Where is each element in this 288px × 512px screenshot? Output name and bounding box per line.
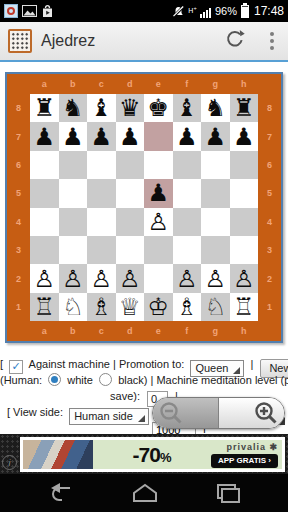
square-b4[interactable] bbox=[59, 208, 88, 236]
piece-f2: ♙ bbox=[176, 267, 198, 291]
check-icon: ✓ bbox=[12, 361, 21, 372]
app-notification-icon bbox=[4, 4, 18, 18]
square-e3[interactable] bbox=[144, 236, 173, 264]
status-bar: H⁺ 96% 17:48 bbox=[0, 0, 288, 22]
play-store-icon bbox=[41, 4, 54, 18]
zoom-out-button[interactable] bbox=[153, 398, 219, 428]
square-a8[interactable]: ♜ bbox=[30, 94, 59, 122]
browser-zoom-controls bbox=[152, 397, 285, 429]
rank-label-8-left: 8 bbox=[7, 94, 30, 122]
piece-f8: ♝ bbox=[176, 96, 198, 120]
file-label-a-bottom: a bbox=[30, 321, 59, 341]
save-label: save): bbox=[110, 390, 140, 402]
square-c3[interactable] bbox=[87, 236, 116, 264]
rank-label-1-right: 1 bbox=[258, 293, 281, 321]
piece-h7: ♟ bbox=[233, 125, 255, 149]
file-label-d-bottom: d bbox=[116, 321, 145, 341]
file-label-b-bottom: b bbox=[59, 321, 88, 341]
square-a7[interactable]: ♟ bbox=[30, 122, 59, 150]
square-c7[interactable]: ♟ bbox=[87, 122, 116, 150]
overflow-menu-button[interactable] bbox=[264, 28, 280, 54]
privalia-logo-mark: ✱ bbox=[269, 442, 278, 452]
zoom-in-icon bbox=[253, 400, 279, 426]
square-e5[interactable]: ♟ bbox=[144, 179, 173, 207]
overflow-dot bbox=[270, 39, 274, 43]
square-f4[interactable] bbox=[173, 208, 202, 236]
square-d4[interactable] bbox=[116, 208, 145, 236]
refresh-icon bbox=[224, 28, 246, 50]
square-g4[interactable] bbox=[201, 208, 230, 236]
piece-a8: ♜ bbox=[33, 96, 55, 120]
chess-board[interactable]: abcdefgh8♜♞♝♛♚♝♞♜87♟♟♟♟♟♟♟7665♟54♙4332♙♙… bbox=[5, 72, 283, 343]
view-side-label: [ View side: bbox=[7, 406, 63, 418]
piece-c1: ♗ bbox=[90, 295, 112, 319]
rank-label-2-left: 2 bbox=[7, 264, 30, 292]
file-label-f-bottom: f bbox=[173, 321, 202, 341]
against-machine-label: Against machine bbox=[29, 358, 110, 370]
square-b5[interactable] bbox=[59, 179, 88, 207]
piece-f1: ♗ bbox=[176, 295, 198, 319]
square-b1[interactable]: ♘ bbox=[59, 293, 88, 321]
battery-icon bbox=[241, 5, 249, 18]
square-e7[interactable] bbox=[144, 122, 173, 150]
promotion-label: | Promotion to: bbox=[113, 358, 184, 370]
rank-label-4-left: 4 bbox=[7, 208, 30, 236]
square-g7[interactable]: ♟ bbox=[201, 122, 230, 150]
square-a5[interactable] bbox=[30, 179, 59, 207]
piece-c8: ♝ bbox=[90, 96, 112, 120]
square-e8[interactable]: ♚ bbox=[144, 94, 173, 122]
square-d2[interactable]: ♙ bbox=[116, 264, 145, 292]
rank-label-5-right: 5 bbox=[258, 179, 281, 207]
piece-a2: ♙ bbox=[33, 267, 55, 291]
square-a1[interactable]: ♖ bbox=[30, 293, 59, 321]
white-radio[interactable] bbox=[48, 373, 61, 386]
square-d1[interactable]: ♕ bbox=[116, 293, 145, 321]
piece-e4: ♙ bbox=[147, 210, 169, 234]
file-label-c-bottom: c bbox=[87, 321, 116, 341]
rank-label-6-right: 6 bbox=[258, 151, 281, 179]
square-e6[interactable] bbox=[144, 151, 173, 179]
piece-a1: ♖ bbox=[33, 295, 55, 319]
square-f1[interactable]: ♗ bbox=[173, 293, 202, 321]
square-f6[interactable] bbox=[173, 151, 202, 179]
rank-label-2-right: 2 bbox=[258, 264, 281, 292]
file-label-e-bottom: e bbox=[144, 321, 173, 341]
app-icon bbox=[8, 29, 32, 53]
app-title: Ajedrez bbox=[41, 32, 224, 50]
status-indicators: H⁺ 96% 17:48 bbox=[172, 4, 284, 18]
ad-brand-block: privalia ✱ APP GRATIS › bbox=[211, 442, 282, 468]
human-label: (Human: bbox=[0, 374, 42, 386]
square-g6[interactable] bbox=[201, 151, 230, 179]
square-d7[interactable]: ♟ bbox=[116, 122, 145, 150]
bracket: [ bbox=[0, 358, 3, 370]
view-side-value: Human side bbox=[74, 409, 133, 424]
battery-percent: 96% bbox=[215, 5, 237, 17]
piece-b2: ♙ bbox=[62, 267, 84, 291]
square-c1[interactable]: ♗ bbox=[87, 293, 116, 321]
board-corner bbox=[7, 74, 30, 94]
file-label-b-top: b bbox=[59, 74, 88, 94]
piece-d8: ♛ bbox=[119, 96, 141, 120]
zoom-out-icon bbox=[158, 400, 184, 426]
square-b8[interactable]: ♞ bbox=[59, 94, 88, 122]
square-a6[interactable] bbox=[30, 151, 59, 179]
rank-label-3-right: 3 bbox=[258, 236, 281, 264]
square-f7[interactable]: ♟ bbox=[173, 122, 202, 150]
square-h8[interactable]: ♜ bbox=[230, 94, 259, 122]
screenshot-icon bbox=[22, 5, 37, 17]
square-b6[interactable] bbox=[59, 151, 88, 179]
square-g3[interactable] bbox=[201, 236, 230, 264]
square-c5[interactable] bbox=[87, 179, 116, 207]
piece-d7: ♟ bbox=[119, 125, 141, 149]
piece-a7: ♟ bbox=[33, 125, 55, 149]
piece-h8: ♜ bbox=[233, 96, 255, 120]
piece-h1: ♖ bbox=[233, 295, 255, 319]
piece-b1: ♘ bbox=[62, 295, 84, 319]
square-b2[interactable]: ♙ bbox=[59, 264, 88, 292]
rank-label-6-left: 6 bbox=[7, 151, 30, 179]
white-label: white bbox=[67, 374, 93, 386]
square-f8[interactable]: ♝ bbox=[173, 94, 202, 122]
square-c4[interactable] bbox=[87, 208, 116, 236]
square-h1[interactable]: ♖ bbox=[230, 293, 259, 321]
square-f5[interactable] bbox=[173, 179, 202, 207]
discount-value: -70 bbox=[133, 443, 160, 466]
square-e1[interactable]: ♔ bbox=[144, 293, 173, 321]
board-corner bbox=[258, 321, 281, 341]
overflow-dot bbox=[270, 32, 274, 36]
square-g1[interactable]: ♘ bbox=[201, 293, 230, 321]
piece-c2: ♙ bbox=[90, 267, 112, 291]
square-a4[interactable] bbox=[30, 208, 59, 236]
view-side-select[interactable]: Human side bbox=[69, 408, 149, 425]
square-d5[interactable] bbox=[116, 179, 145, 207]
piece-d2: ♙ bbox=[119, 267, 141, 291]
piece-c7: ♟ bbox=[90, 125, 112, 149]
square-h4[interactable] bbox=[230, 208, 259, 236]
file-label-e-top: e bbox=[144, 74, 173, 94]
file-label-f-top: f bbox=[173, 74, 202, 94]
zoom-in-button[interactable] bbox=[219, 398, 285, 428]
black-radio[interactable] bbox=[99, 373, 112, 386]
overflow-dot bbox=[270, 46, 274, 50]
piece-g7: ♟ bbox=[204, 125, 226, 149]
square-b7[interactable]: ♟ bbox=[59, 122, 88, 150]
board-corner bbox=[7, 321, 30, 341]
square-h3[interactable] bbox=[230, 236, 259, 264]
ad-banner[interactable]: i -70% privalia ✱ APP GRATIS › bbox=[0, 434, 288, 474]
square-f2[interactable]: ♙ bbox=[173, 264, 202, 292]
piece-g2: ♙ bbox=[204, 267, 226, 291]
signal-icon bbox=[200, 5, 212, 18]
square-a2[interactable]: ♙ bbox=[30, 264, 59, 292]
square-g2[interactable]: ♙ bbox=[201, 264, 230, 292]
piece-b7: ♟ bbox=[62, 125, 84, 149]
file-label-a-top: a bbox=[30, 74, 59, 94]
rank-label-3-left: 3 bbox=[7, 236, 30, 264]
piece-g8: ♞ bbox=[204, 96, 226, 120]
piece-e5: ♟ bbox=[147, 181, 169, 205]
ad-photo bbox=[23, 440, 93, 469]
piece-b8: ♞ bbox=[62, 96, 84, 120]
file-label-g-bottom: g bbox=[201, 321, 230, 341]
piece-h2: ♙ bbox=[233, 267, 255, 291]
black-label: black) | Machine meditation level (press… bbox=[118, 374, 288, 386]
back-button[interactable] bbox=[46, 482, 76, 504]
dropdown-arrow-icon bbox=[138, 415, 145, 422]
file-label-g-top: g bbox=[201, 74, 230, 94]
notification-icons bbox=[4, 4, 54, 18]
discount-percent: % bbox=[160, 450, 172, 465]
controls-line-2: (Human: white black) | Machine meditatio… bbox=[0, 372, 288, 388]
piece-g1: ♘ bbox=[204, 295, 226, 319]
piece-e1: ♔ bbox=[147, 295, 169, 319]
app-bar: Ajedrez bbox=[0, 22, 288, 62]
file-label-h-bottom: h bbox=[230, 321, 259, 341]
square-a3[interactable] bbox=[30, 236, 59, 264]
rank-label-7-left: 7 bbox=[7, 122, 30, 150]
file-label-d-top: d bbox=[116, 74, 145, 94]
square-d3[interactable] bbox=[116, 236, 145, 264]
rank-label-8-right: 8 bbox=[258, 94, 281, 122]
ad-cta-button[interactable]: APP GRATIS › bbox=[211, 454, 278, 468]
clock: 17:48 bbox=[254, 4, 284, 18]
square-h7[interactable]: ♟ bbox=[230, 122, 259, 150]
android-nav-bar bbox=[0, 474, 288, 512]
square-g5[interactable] bbox=[201, 179, 230, 207]
recents-button[interactable] bbox=[214, 482, 242, 504]
separator: | bbox=[250, 358, 253, 370]
piece-e8: ♚ bbox=[147, 96, 169, 120]
square-c8[interactable]: ♝ bbox=[87, 94, 116, 122]
square-f3[interactable] bbox=[173, 236, 202, 264]
square-h6[interactable] bbox=[230, 151, 259, 179]
mute-icon bbox=[172, 5, 185, 18]
piece-d1: ♕ bbox=[119, 295, 141, 319]
square-g8[interactable]: ♞ bbox=[201, 94, 230, 122]
square-h5[interactable] bbox=[230, 179, 259, 207]
square-b3[interactable] bbox=[59, 236, 88, 264]
rank-label-5-left: 5 bbox=[7, 179, 30, 207]
controls-line-1: [ ✓ Against machine | Promotion to: Quee… bbox=[0, 356, 288, 372]
ad-card[interactable]: -70% privalia ✱ APP GRATIS › bbox=[20, 437, 285, 472]
file-label-c-top: c bbox=[87, 74, 116, 94]
refresh-button[interactable] bbox=[224, 28, 246, 54]
ad-discount: -70% bbox=[93, 443, 211, 467]
rank-label-7-right: 7 bbox=[258, 122, 281, 150]
file-label-h-top: h bbox=[230, 74, 259, 94]
piece-f7: ♟ bbox=[176, 125, 198, 149]
square-e4[interactable]: ♙ bbox=[144, 208, 173, 236]
board-corner bbox=[258, 74, 281, 94]
square-d6[interactable] bbox=[116, 151, 145, 179]
square-h2[interactable]: ♙ bbox=[230, 264, 259, 292]
square-c6[interactable] bbox=[87, 151, 116, 179]
ad-info-icon[interactable]: i bbox=[2, 455, 17, 470]
square-d8[interactable]: ♛ bbox=[116, 94, 145, 122]
network-type-label: H⁺ bbox=[188, 7, 197, 15]
privalia-logo: privalia ✱ bbox=[226, 442, 278, 452]
square-c2[interactable]: ♙ bbox=[87, 264, 116, 292]
square-e2[interactable] bbox=[144, 264, 173, 292]
rank-label-1-left: 1 bbox=[7, 293, 30, 321]
rank-label-4-right: 4 bbox=[258, 208, 281, 236]
home-button[interactable] bbox=[130, 482, 160, 504]
